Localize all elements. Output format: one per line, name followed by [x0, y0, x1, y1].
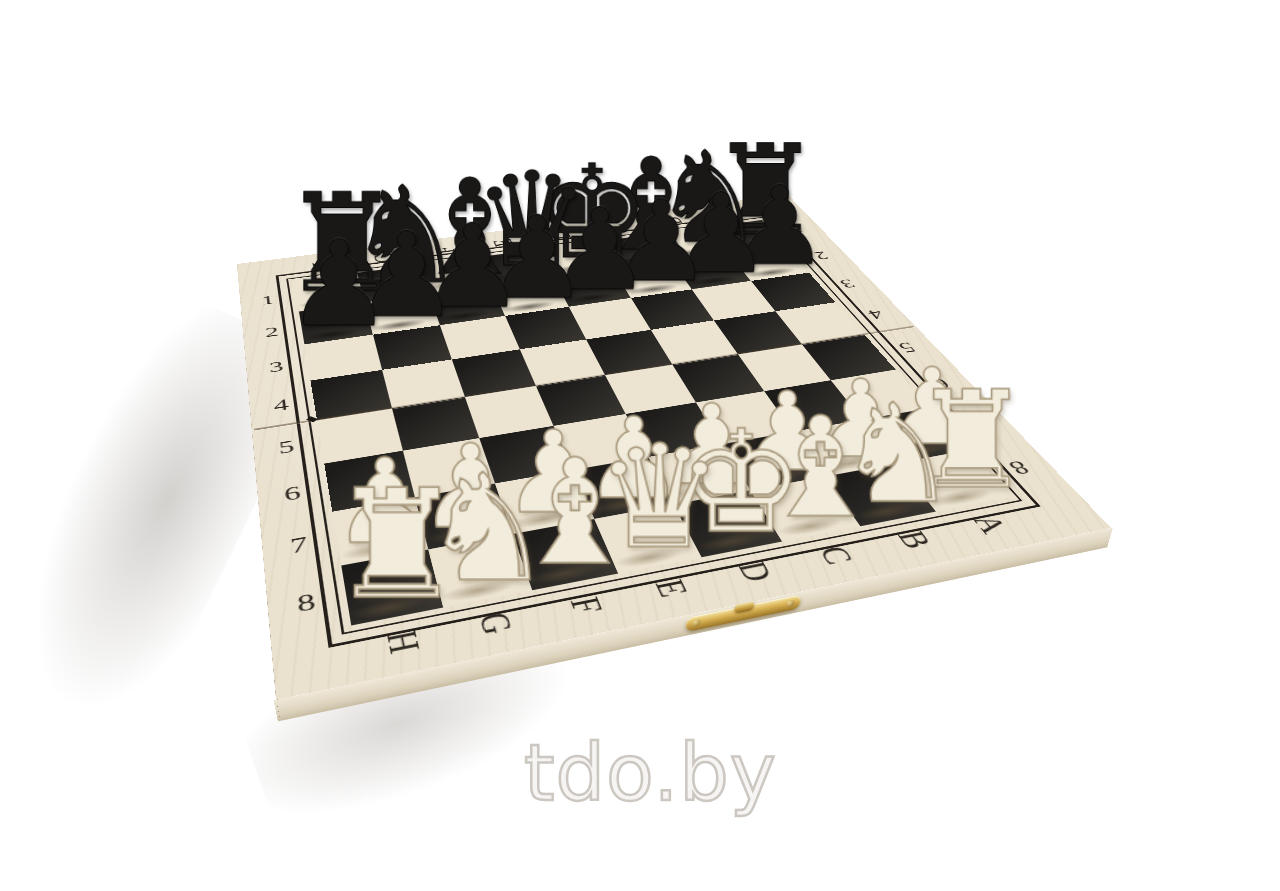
watermark: tdo.by [524, 728, 777, 818]
clasp-screw-icon [786, 599, 795, 607]
piece-shadow [852, 500, 922, 524]
clasp-screw-icon [692, 619, 701, 627]
square-g3 [373, 325, 452, 370]
square-g1: ♞ [357, 265, 429, 303]
rank-label-left-3: 3 [251, 346, 302, 389]
product-photo: 12345678 12345678 HGFEDCBA HGFEDCBA ♜♞♝♛… [0, 0, 1280, 891]
playing-field: ♜♞♝♛♚♝♞♜♟♟♟♟♟♟♟♟♟♟♟♟♟♟♟♟♜♞♝♛♚♝♞♜ [294, 220, 1010, 626]
rank-label-left-8: 8 [273, 567, 341, 639]
piece-shadow [724, 239, 774, 251]
chess-board: 12345678 12345678 HGFEDCBA HGFEDCBA ♜♞♝♛… [237, 195, 1111, 700]
piece-black-rook-h1: ♜ [281, 181, 383, 306]
square-h2: ♟ [299, 302, 373, 344]
rank-label-right-7: 7 [937, 399, 1019, 449]
piece-shadow [687, 274, 740, 288]
square-d6 [626, 402, 722, 456]
piece-shadow [340, 537, 412, 563]
clasp-knob-icon [734, 600, 754, 613]
brass-clasp-icon [685, 594, 800, 632]
rank-label-left-1: 1 [245, 282, 292, 318]
square-g5 [392, 397, 479, 451]
